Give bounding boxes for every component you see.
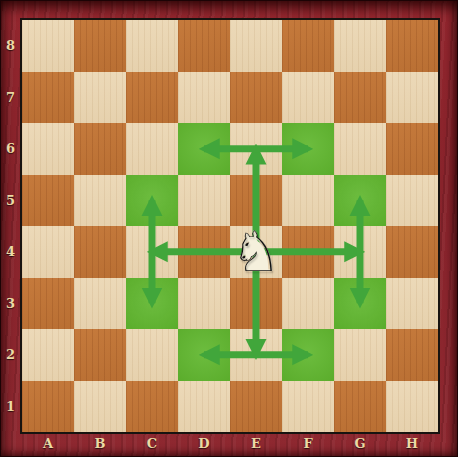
- square-b4[interactable]: [74, 226, 126, 278]
- file-label-b: B: [74, 433, 126, 453]
- square-d7[interactable]: [178, 72, 230, 124]
- square-d6[interactable]: [178, 123, 230, 175]
- square-g3[interactable]: [334, 278, 386, 330]
- file-label-d: D: [178, 433, 230, 453]
- square-b8[interactable]: [74, 20, 126, 72]
- rank-label-3: 3: [1, 278, 20, 330]
- square-b6[interactable]: [74, 123, 126, 175]
- file-label-c: C: [126, 433, 178, 453]
- square-b3[interactable]: [74, 278, 126, 330]
- file-label-f: F: [282, 433, 334, 453]
- file-label-e: E: [230, 433, 282, 453]
- square-c3[interactable]: [126, 278, 178, 330]
- square-h2[interactable]: [386, 329, 438, 381]
- square-d3[interactable]: [178, 278, 230, 330]
- piece-outline-glyph: ♘: [230, 226, 282, 278]
- square-f7[interactable]: [282, 72, 334, 124]
- rank-label-4: 4: [1, 226, 20, 278]
- rank-label-1: 1: [1, 381, 20, 433]
- square-h6[interactable]: [386, 123, 438, 175]
- rank-label-5: 5: [1, 175, 20, 227]
- square-d2[interactable]: [178, 329, 230, 381]
- square-e4[interactable]: ♞♘: [230, 226, 282, 278]
- square-g7[interactable]: [334, 72, 386, 124]
- rank-label-2: 2: [1, 329, 20, 381]
- square-f4[interactable]: [282, 226, 334, 278]
- square-f5[interactable]: [282, 175, 334, 227]
- square-b7[interactable]: [74, 72, 126, 124]
- chessboard-frame: 87654321 ABCDEFGH ♞♘: [0, 0, 458, 457]
- square-d5[interactable]: [178, 175, 230, 227]
- square-d1[interactable]: [178, 381, 230, 433]
- square-h8[interactable]: [386, 20, 438, 72]
- square-a4[interactable]: [22, 226, 74, 278]
- square-h5[interactable]: [386, 175, 438, 227]
- square-a1[interactable]: [22, 381, 74, 433]
- white-knight-piece[interactable]: ♞♘: [230, 226, 282, 278]
- file-label-g: G: [334, 433, 386, 453]
- square-c7[interactable]: [126, 72, 178, 124]
- square-a6[interactable]: [22, 123, 74, 175]
- square-g1[interactable]: [334, 381, 386, 433]
- square-g6[interactable]: [334, 123, 386, 175]
- square-h4[interactable]: [386, 226, 438, 278]
- rank-label-7: 7: [1, 72, 20, 124]
- square-c6[interactable]: [126, 123, 178, 175]
- square-a8[interactable]: [22, 20, 74, 72]
- square-d8[interactable]: [178, 20, 230, 72]
- square-f2[interactable]: [282, 329, 334, 381]
- square-f8[interactable]: [282, 20, 334, 72]
- square-g8[interactable]: [334, 20, 386, 72]
- square-c2[interactable]: [126, 329, 178, 381]
- square-f3[interactable]: [282, 278, 334, 330]
- file-labels: ABCDEFGH: [22, 433, 438, 453]
- square-h1[interactable]: [386, 381, 438, 433]
- square-c1[interactable]: [126, 381, 178, 433]
- square-c8[interactable]: [126, 20, 178, 72]
- square-e7[interactable]: [230, 72, 282, 124]
- square-d4[interactable]: [178, 226, 230, 278]
- square-e1[interactable]: [230, 381, 282, 433]
- rank-labels: 87654321: [1, 20, 20, 432]
- square-a7[interactable]: [22, 72, 74, 124]
- square-b2[interactable]: [74, 329, 126, 381]
- rank-label-6: 6: [1, 123, 20, 175]
- rank-label-8: 8: [1, 20, 20, 72]
- square-a5[interactable]: [22, 175, 74, 227]
- square-g2[interactable]: [334, 329, 386, 381]
- square-g4[interactable]: [334, 226, 386, 278]
- file-label-h: H: [386, 433, 438, 453]
- square-h7[interactable]: [386, 72, 438, 124]
- square-g5[interactable]: [334, 175, 386, 227]
- chess-board: ♞♘: [20, 18, 440, 434]
- square-b5[interactable]: [74, 175, 126, 227]
- square-h3[interactable]: [386, 278, 438, 330]
- square-c5[interactable]: [126, 175, 178, 227]
- file-label-a: A: [22, 433, 74, 453]
- square-a2[interactable]: [22, 329, 74, 381]
- square-e6[interactable]: [230, 123, 282, 175]
- square-e8[interactable]: [230, 20, 282, 72]
- square-b1[interactable]: [74, 381, 126, 433]
- square-f6[interactable]: [282, 123, 334, 175]
- square-a3[interactable]: [22, 278, 74, 330]
- square-c4[interactable]: [126, 226, 178, 278]
- square-f1[interactable]: [282, 381, 334, 433]
- square-e3[interactable]: [230, 278, 282, 330]
- square-e2[interactable]: [230, 329, 282, 381]
